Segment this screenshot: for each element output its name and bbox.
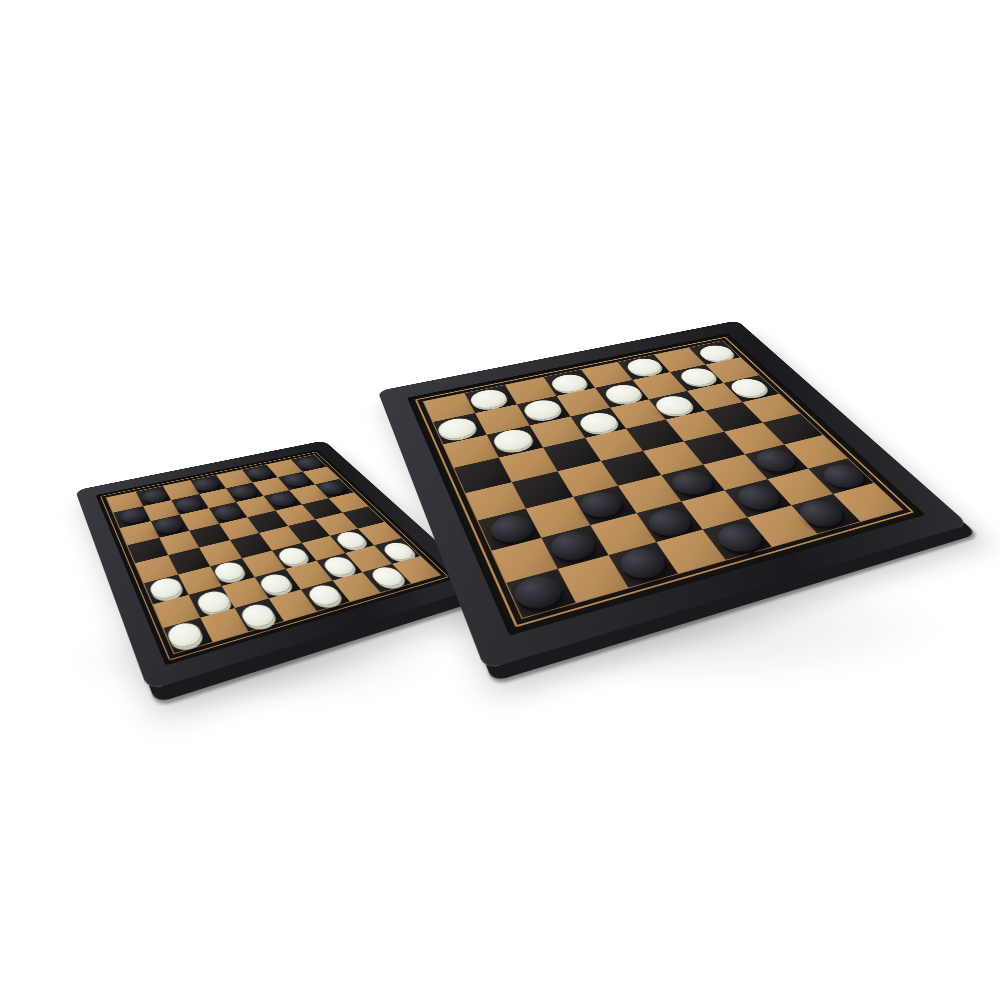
- white-checker[interactable]: [256, 572, 295, 597]
- white-checker[interactable]: [367, 565, 408, 589]
- square-left-r5c3[interactable]: [199, 540, 241, 566]
- white-checker[interactable]: [304, 582, 345, 608]
- square-right-r8c6[interactable]: [747, 505, 816, 546]
- white-checker[interactable]: [147, 576, 184, 601]
- square-left-r8c2[interactable]: [199, 608, 248, 642]
- square-left-r7c8[interactable]: [374, 538, 420, 564]
- square-right-r7c1[interactable]: [492, 537, 558, 582]
- square-right-r8c2[interactable]: [558, 555, 628, 603]
- square-left-r7c2[interactable]: [188, 586, 234, 617]
- white-checker[interactable]: [211, 560, 248, 583]
- square-right-r8c8[interactable]: [833, 483, 902, 522]
- square-right-r8c1[interactable]: [506, 569, 576, 618]
- white-checker[interactable]: [379, 541, 418, 563]
- square-right-r8c5[interactable]: [702, 517, 772, 560]
- square-left-r7c3[interactable]: [222, 577, 268, 607]
- square-left-r5c4[interactable]: [230, 533, 272, 558]
- black-checker[interactable]: [642, 505, 698, 539]
- white-checker[interactable]: [320, 555, 359, 578]
- square-left-r8c3[interactable]: [234, 598, 283, 631]
- black-checker[interactable]: [545, 528, 601, 565]
- square-left-r4c1[interactable]: [127, 538, 167, 564]
- square-left-r7c6[interactable]: [316, 553, 362, 580]
- white-checker[interactable]: [194, 589, 233, 615]
- checkers-grid-left: [107, 455, 440, 653]
- square-right-r6c5[interactable]: [661, 465, 724, 502]
- square-left-r6c3[interactable]: [210, 558, 254, 586]
- square-right-r7c2[interactable]: [541, 525, 607, 569]
- square-right-r7c8[interactable]: [808, 458, 874, 494]
- black-checker[interactable]: [793, 497, 851, 531]
- square-left-r8c6[interactable]: [332, 572, 381, 602]
- square-left-r6c2[interactable]: [177, 566, 221, 595]
- square-right-r7c7[interactable]: [767, 468, 833, 505]
- square-left-r8c5[interactable]: [301, 580, 350, 611]
- white-checker[interactable]: [238, 602, 279, 630]
- square-right-r8c7[interactable]: [791, 494, 860, 534]
- black-checker[interactable]: [575, 488, 628, 521]
- square-left-r6c6[interactable]: [301, 536, 345, 561]
- black-checker[interactable]: [666, 468, 719, 499]
- square-right-r4c1[interactable]: [454, 457, 512, 493]
- square-left-r8c1[interactable]: [163, 617, 212, 653]
- square-right-r5c2[interactable]: [512, 471, 573, 508]
- square-left-r5c2[interactable]: [168, 548, 210, 575]
- black-checker[interactable]: [731, 481, 787, 513]
- checkers-product-photo: [0, 0, 1000, 1000]
- square-right-r8c4[interactable]: [656, 529, 726, 573]
- square-left-r6c1[interactable]: [144, 574, 188, 604]
- square-right-r6c4[interactable]: [618, 475, 681, 513]
- square-left-r7c4[interactable]: [254, 569, 300, 598]
- black-checker[interactable]: [486, 511, 539, 546]
- square-left-r8c7[interactable]: [362, 564, 410, 593]
- square-right-r5c3[interactable]: [557, 461, 618, 497]
- square-left-r8c8[interactable]: [391, 556, 439, 584]
- square-right-r6c2[interactable]: [526, 497, 589, 537]
- square-left-r5c1[interactable]: [135, 555, 177, 583]
- square-left-r7c1[interactable]: [153, 595, 199, 628]
- black-checker[interactable]: [613, 544, 671, 582]
- square-right-r4c2[interactable]: [499, 448, 557, 483]
- black-checker[interactable]: [816, 461, 871, 491]
- square-right-r5c4[interactable]: [601, 451, 662, 486]
- square-left-r6c5[interactable]: [272, 543, 316, 569]
- checkers-grid-right: [424, 341, 902, 618]
- square-left-r8c4[interactable]: [268, 589, 317, 621]
- square-left-r4c2[interactable]: [159, 531, 199, 556]
- square-right-r6c1[interactable]: [478, 509, 541, 551]
- square-left-r7c5[interactable]: [286, 561, 332, 589]
- white-checker[interactable]: [275, 545, 312, 567]
- square-right-r8c3[interactable]: [608, 542, 678, 588]
- black-checker[interactable]: [509, 572, 567, 613]
- square-left-r6c4[interactable]: [241, 550, 285, 577]
- square-right-r7c3[interactable]: [590, 513, 656, 555]
- square-right-r6c6[interactable]: [704, 455, 767, 490]
- square-left-r7c7[interactable]: [345, 545, 391, 571]
- square-right-r5c1[interactable]: [466, 482, 527, 521]
- square-right-r7c6[interactable]: [725, 479, 791, 517]
- square-right-r7c4[interactable]: [636, 501, 702, 542]
- square-right-r6c3[interactable]: [573, 486, 636, 525]
- square-right-r7c5[interactable]: [681, 490, 747, 529]
- black-checker[interactable]: [710, 520, 768, 556]
- white-checker[interactable]: [165, 620, 206, 650]
